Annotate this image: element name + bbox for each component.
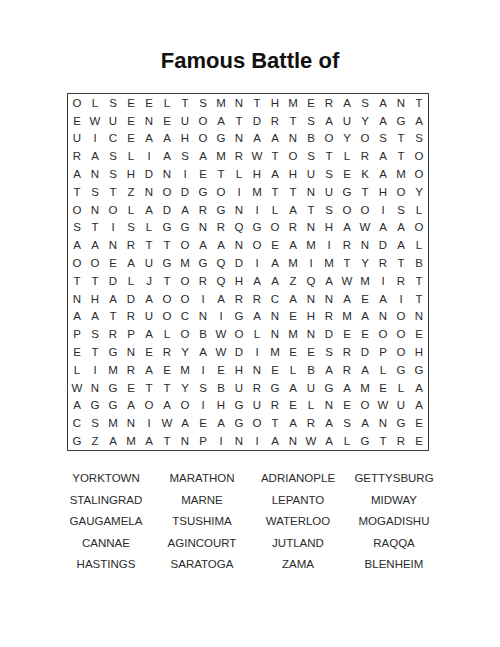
grid-cell[interactable]: L (122, 147, 140, 165)
grid-cell[interactable]: A (320, 361, 338, 379)
grid-cell[interactable]: T (158, 236, 176, 254)
grid-cell[interactable]: S (320, 201, 338, 219)
grid-cell[interactable]: Z (86, 432, 104, 450)
grid-cell[interactable]: N (194, 219, 212, 237)
grid-cell[interactable]: T (140, 379, 158, 397)
grid-cell[interactable]: A (68, 308, 86, 326)
grid-cell[interactable]: E (122, 379, 140, 397)
grid-cell[interactable]: A (194, 236, 212, 254)
grid-cell[interactable]: R (122, 308, 140, 326)
grid-cell[interactable]: Q (212, 254, 230, 272)
grid-cell[interactable]: E (410, 414, 428, 432)
grid-cell[interactable]: L (68, 361, 86, 379)
grid-cell[interactable]: E (122, 94, 140, 112)
grid-cell[interactable]: N (104, 236, 122, 254)
grid-cell[interactable]: A (338, 94, 356, 112)
grid-cell[interactable]: W (248, 147, 266, 165)
grid-cell[interactable]: N (302, 325, 320, 343)
grid-cell[interactable]: N (68, 290, 86, 308)
grid-cell[interactable]: T (158, 432, 176, 450)
grid-cell[interactable]: A (212, 414, 230, 432)
grid-cell[interactable]: I (320, 236, 338, 254)
grid-cell[interactable]: O (158, 308, 176, 326)
grid-cell[interactable]: D (374, 236, 392, 254)
grid-cell[interactable]: A (86, 308, 104, 326)
grid-cell[interactable]: E (410, 432, 428, 450)
grid-cell[interactable]: O (176, 290, 194, 308)
grid-cell[interactable]: B (302, 361, 320, 379)
grid-cell[interactable]: H (230, 361, 248, 379)
grid-cell[interactable]: N (230, 94, 248, 112)
grid-cell[interactable]: A (68, 236, 86, 254)
grid-cell[interactable]: R (374, 254, 392, 272)
grid-cell[interactable]: N (302, 290, 320, 308)
grid-cell[interactable]: U (176, 112, 194, 130)
grid-cell[interactable]: R (194, 272, 212, 290)
grid-cell[interactable]: H (230, 272, 248, 290)
grid-cell[interactable]: M (320, 254, 338, 272)
grid-cell[interactable]: A (104, 290, 122, 308)
grid-cell[interactable]: T (410, 272, 428, 290)
grid-cell[interactable]: O (356, 201, 374, 219)
grid-cell[interactable]: G (230, 414, 248, 432)
grid-cell[interactable]: S (104, 165, 122, 183)
grid-cell[interactable]: N (194, 308, 212, 326)
grid-cell[interactable]: H (86, 290, 104, 308)
grid-cell[interactable]: I (140, 147, 158, 165)
grid-cell[interactable]: I (230, 183, 248, 201)
grid-cell[interactable]: I (374, 201, 392, 219)
grid-cell[interactable]: S (302, 147, 320, 165)
grid-cell[interactable]: L (158, 94, 176, 112)
grid-cell[interactable]: N (230, 236, 248, 254)
grid-cell[interactable]: M (122, 432, 140, 450)
grid-cell[interactable]: R (320, 308, 338, 326)
grid-cell[interactable]: D (140, 165, 158, 183)
grid-cell[interactable]: N (392, 94, 410, 112)
grid-cell[interactable]: N (122, 414, 140, 432)
grid-cell[interactable]: T (410, 94, 428, 112)
grid-cell[interactable]: N (410, 308, 428, 326)
grid-cell[interactable]: W (302, 432, 320, 450)
grid-cell[interactable]: I (212, 308, 230, 326)
grid-cell[interactable]: A (374, 112, 392, 130)
grid-cell[interactable]: M (392, 165, 410, 183)
grid-cell[interactable]: E (284, 308, 302, 326)
grid-cell[interactable]: R (158, 343, 176, 361)
grid-cell[interactable]: E (410, 325, 428, 343)
grid-cell[interactable]: D (320, 325, 338, 343)
grid-cell[interactable]: W (86, 112, 104, 130)
grid-cell[interactable]: N (284, 432, 302, 450)
grid-cell[interactable]: S (356, 94, 374, 112)
grid-cell[interactable]: H (284, 165, 302, 183)
grid-cell[interactable]: O (158, 290, 176, 308)
grid-cell[interactable]: R (122, 361, 140, 379)
grid-cell[interactable]: L (158, 325, 176, 343)
grid-cell[interactable]: I (374, 272, 392, 290)
grid-cell[interactable]: W (158, 414, 176, 432)
grid-cell[interactable]: M (356, 272, 374, 290)
grid-cell[interactable]: G (356, 432, 374, 450)
grid-cell[interactable]: G (338, 183, 356, 201)
grid-cell[interactable]: A (374, 94, 392, 112)
grid-cell[interactable]: T (302, 201, 320, 219)
grid-cell[interactable]: G (158, 219, 176, 237)
grid-cell[interactable]: O (284, 147, 302, 165)
grid-cell[interactable]: I (248, 201, 266, 219)
grid-cell[interactable]: N (356, 236, 374, 254)
grid-cell[interactable]: A (356, 361, 374, 379)
grid-cell[interactable]: S (392, 201, 410, 219)
grid-cell[interactable]: O (320, 130, 338, 148)
grid-cell[interactable]: T (158, 379, 176, 397)
grid-cell[interactable]: R (266, 397, 284, 415)
grid-cell[interactable]: A (410, 397, 428, 415)
grid-cell[interactable]: I (194, 397, 212, 415)
grid-cell[interactable]: A (320, 414, 338, 432)
grid-cell[interactable]: T (68, 183, 86, 201)
grid-cell[interactable]: L (374, 361, 392, 379)
grid-cell[interactable]: S (410, 130, 428, 148)
grid-cell[interactable]: R (104, 325, 122, 343)
grid-cell[interactable]: T (266, 147, 284, 165)
grid-cell[interactable]: C (68, 414, 86, 432)
grid-cell[interactable]: R (338, 236, 356, 254)
grid-cell[interactable]: A (104, 432, 122, 450)
grid-cell[interactable]: T (86, 219, 104, 237)
grid-cell[interactable]: L (122, 272, 140, 290)
grid-cell[interactable]: O (356, 130, 374, 148)
grid-cell[interactable]: R (230, 290, 248, 308)
grid-cell[interactable]: N (140, 183, 158, 201)
grid-cell[interactable]: A (68, 397, 86, 415)
grid-cell[interactable]: E (122, 130, 140, 148)
grid-cell[interactable]: T (392, 254, 410, 272)
grid-cell[interactable]: U (302, 165, 320, 183)
grid-cell[interactable]: N (122, 343, 140, 361)
grid-cell[interactable]: N (230, 130, 248, 148)
grid-cell[interactable]: H (320, 219, 338, 237)
grid-cell[interactable]: M (176, 254, 194, 272)
grid-cell[interactable]: E (140, 94, 158, 112)
grid-cell[interactable]: A (248, 130, 266, 148)
grid-cell[interactable]: N (230, 201, 248, 219)
grid-cell[interactable]: S (104, 94, 122, 112)
grid-cell[interactable]: G (392, 414, 410, 432)
grid-cell[interactable]: G (266, 379, 284, 397)
grid-cell[interactable]: M (248, 183, 266, 201)
grid-cell[interactable]: D (104, 272, 122, 290)
grid-cell[interactable]: U (140, 254, 158, 272)
grid-cell[interactable]: A (374, 290, 392, 308)
grid-cell[interactable]: E (158, 361, 176, 379)
grid-cell[interactable]: T (176, 94, 194, 112)
grid-cell[interactable]: L (338, 147, 356, 165)
grid-cell[interactable]: M (338, 308, 356, 326)
grid-cell[interactable]: I (194, 290, 212, 308)
grid-cell[interactable]: R (122, 236, 140, 254)
grid-cell[interactable]: S (104, 147, 122, 165)
grid-cell[interactable]: Q (212, 272, 230, 290)
grid-cell[interactable]: A (284, 236, 302, 254)
grid-cell[interactable]: E (374, 379, 392, 397)
grid-cell[interactable]: S (86, 414, 104, 432)
grid-cell[interactable]: L (392, 379, 410, 397)
grid-cell[interactable]: G (212, 201, 230, 219)
grid-cell[interactable]: P (194, 432, 212, 450)
grid-cell[interactable]: I (86, 361, 104, 379)
grid-cell[interactable]: G (104, 397, 122, 415)
grid-cell[interactable]: O (194, 112, 212, 130)
grid-cell[interactable]: B (410, 254, 428, 272)
grid-cell[interactable]: Q (302, 272, 320, 290)
grid-cell[interactable]: E (266, 236, 284, 254)
grid-cell[interactable]: K (356, 165, 374, 183)
grid-cell[interactable]: G (194, 254, 212, 272)
grid-cell[interactable]: O (266, 219, 284, 237)
grid-cell[interactable]: H (122, 165, 140, 183)
grid-cell[interactable]: D (356, 343, 374, 361)
grid-cell[interactable]: G (194, 183, 212, 201)
grid-cell[interactable]: G (410, 361, 428, 379)
grid-cell[interactable]: A (392, 219, 410, 237)
grid-cell[interactable]: O (212, 183, 230, 201)
grid-cell[interactable]: O (410, 165, 428, 183)
grid-cell[interactable]: O (176, 272, 194, 290)
grid-cell[interactable]: Z (122, 183, 140, 201)
grid-cell[interactable]: N (248, 361, 266, 379)
grid-cell[interactable]: A (140, 325, 158, 343)
grid-cell[interactable]: E (356, 325, 374, 343)
grid-cell[interactable]: A (140, 290, 158, 308)
grid-cell[interactable]: G (104, 379, 122, 397)
grid-cell[interactable]: S (302, 112, 320, 130)
grid-cell[interactable]: Y (176, 343, 194, 361)
grid-cell[interactable]: L (302, 397, 320, 415)
grid-cell[interactable]: T (140, 236, 158, 254)
grid-cell[interactable]: T (410, 290, 428, 308)
grid-cell[interactable]: I (248, 432, 266, 450)
grid-cell[interactable]: A (140, 130, 158, 148)
grid-cell[interactable]: N (302, 183, 320, 201)
grid-cell[interactable]: N (374, 414, 392, 432)
grid-cell[interactable]: A (374, 219, 392, 237)
grid-cell[interactable]: T (104, 183, 122, 201)
grid-cell[interactable]: I (140, 414, 158, 432)
grid-cell[interactable]: R (212, 219, 230, 237)
grid-cell[interactable]: O (248, 414, 266, 432)
grid-cell[interactable]: Y (410, 183, 428, 201)
grid-cell[interactable]: D (176, 183, 194, 201)
grid-cell[interactable]: O (158, 183, 176, 201)
grid-cell[interactable]: D (230, 254, 248, 272)
grid-cell[interactable]: S (122, 219, 140, 237)
grid-cell[interactable]: G (392, 361, 410, 379)
grid-cell[interactable]: O (374, 325, 392, 343)
grid-cell[interactable]: T (320, 147, 338, 165)
grid-cell[interactable]: L (140, 219, 158, 237)
grid-cell[interactable]: I (86, 130, 104, 148)
grid-cell[interactable]: U (302, 379, 320, 397)
grid-cell[interactable]: A (266, 272, 284, 290)
grid-cell[interactable]: L (410, 236, 428, 254)
grid-cell[interactable]: T (212, 165, 230, 183)
grid-cell[interactable]: O (230, 325, 248, 343)
grid-cell[interactable]: S (374, 130, 392, 148)
grid-cell[interactable]: E (284, 343, 302, 361)
grid-cell[interactable]: I (176, 165, 194, 183)
grid-cell[interactable]: G (68, 432, 86, 450)
grid-cell[interactable]: S (176, 147, 194, 165)
grid-cell[interactable]: I (392, 290, 410, 308)
grid-cell[interactable]: A (284, 379, 302, 397)
grid-cell[interactable]: J (140, 272, 158, 290)
grid-cell[interactable]: S (86, 325, 104, 343)
grid-cell[interactable]: N (266, 325, 284, 343)
grid-cell[interactable]: L (284, 361, 302, 379)
grid-cell[interactable]: E (302, 343, 320, 361)
grid-cell[interactable]: O (176, 397, 194, 415)
grid-cell[interactable]: A (266, 165, 284, 183)
grid-cell[interactable]: O (140, 397, 158, 415)
grid-cell[interactable]: M (212, 94, 230, 112)
grid-cell[interactable]: A (158, 147, 176, 165)
grid-cell[interactable]: A (266, 432, 284, 450)
grid-cell[interactable]: E (194, 414, 212, 432)
grid-cell[interactable]: O (68, 254, 86, 272)
grid-cell[interactable]: U (140, 308, 158, 326)
grid-cell[interactable]: M (284, 254, 302, 272)
grid-cell[interactable]: A (248, 308, 266, 326)
grid-cell[interactable]: O (104, 201, 122, 219)
grid-cell[interactable]: A (158, 130, 176, 148)
grid-cell[interactable]: B (302, 130, 320, 148)
grid-cell[interactable]: E (212, 361, 230, 379)
grid-cell[interactable]: U (230, 379, 248, 397)
grid-cell[interactable]: A (374, 165, 392, 183)
grid-cell[interactable]: S (320, 343, 338, 361)
grid-cell[interactable]: R (356, 147, 374, 165)
grid-cell[interactable]: A (212, 236, 230, 254)
grid-cell[interactable]: A (284, 414, 302, 432)
grid-cell[interactable]: D (158, 201, 176, 219)
grid-cell[interactable]: N (230, 432, 248, 450)
grid-cell[interactable]: L (410, 201, 428, 219)
grid-cell[interactable]: O (392, 183, 410, 201)
grid-cell[interactable]: T (266, 183, 284, 201)
grid-cell[interactable]: R (266, 112, 284, 130)
grid-cell[interactable]: R (248, 379, 266, 397)
grid-cell[interactable]: U (320, 183, 338, 201)
grid-cell[interactable]: R (320, 94, 338, 112)
grid-cell[interactable]: T (392, 147, 410, 165)
grid-cell[interactable]: E (338, 397, 356, 415)
grid-cell[interactable]: E (68, 112, 86, 130)
grid-cell[interactable]: T (230, 112, 248, 130)
grid-cell[interactable]: Q (230, 219, 248, 237)
grid-cell[interactable]: E (266, 361, 284, 379)
grid-cell[interactable]: M (356, 379, 374, 397)
grid-cell[interactable]: A (122, 254, 140, 272)
grid-cell[interactable]: A (338, 290, 356, 308)
grid-cell[interactable]: T (266, 414, 284, 432)
grid-cell[interactable]: A (356, 308, 374, 326)
grid-cell[interactable]: O (176, 325, 194, 343)
grid-cell[interactable]: G (230, 397, 248, 415)
grid-cell[interactable]: G (392, 112, 410, 130)
grid-cell[interactable]: S (86, 183, 104, 201)
grid-cell[interactable]: M (284, 325, 302, 343)
grid-cell[interactable]: G (86, 397, 104, 415)
grid-cell[interactable]: D (122, 290, 140, 308)
grid-cell[interactable]: N (176, 432, 194, 450)
grid-cell[interactable]: N (266, 308, 284, 326)
grid-cell[interactable]: T (284, 183, 302, 201)
grid-cell[interactable]: R (248, 290, 266, 308)
grid-cell[interactable]: L (230, 165, 248, 183)
grid-cell[interactable]: R (68, 147, 86, 165)
grid-cell[interactable]: O (356, 397, 374, 415)
grid-cell[interactable]: C (176, 308, 194, 326)
grid-cell[interactable]: S (68, 219, 86, 237)
grid-cell[interactable]: R (284, 219, 302, 237)
grid-cell[interactable]: A (392, 236, 410, 254)
grid-cell[interactable]: L (248, 325, 266, 343)
grid-cell[interactable]: W (68, 379, 86, 397)
grid-cell[interactable]: P (122, 325, 140, 343)
grid-cell[interactable]: E (194, 165, 212, 183)
grid-cell[interactable]: R (230, 147, 248, 165)
grid-cell[interactable]: I (104, 219, 122, 237)
grid-cell[interactable]: N (320, 397, 338, 415)
grid-cell[interactable]: A (86, 236, 104, 254)
grid-cell[interactable]: U (338, 112, 356, 130)
grid-cell[interactable]: W (356, 219, 374, 237)
grid-cell[interactable]: S (194, 94, 212, 112)
grid-cell[interactable]: O (86, 254, 104, 272)
grid-cell[interactable]: S (194, 379, 212, 397)
grid-cell[interactable]: W (212, 343, 230, 361)
grid-cell[interactable]: A (68, 165, 86, 183)
grid-cell[interactable]: N (158, 165, 176, 183)
grid-cell[interactable]: N (86, 201, 104, 219)
grid-cell[interactable]: T (158, 272, 176, 290)
grid-cell[interactable]: S (338, 414, 356, 432)
grid-cell[interactable]: I (302, 254, 320, 272)
grid-cell[interactable]: O (338, 201, 356, 219)
grid-cell[interactable]: Y (356, 254, 374, 272)
grid-cell[interactable]: A (248, 272, 266, 290)
grid-cell[interactable]: A (140, 361, 158, 379)
grid-cell[interactable]: N (320, 290, 338, 308)
grid-cell[interactable]: G (212, 130, 230, 148)
grid-cell[interactable]: R (338, 343, 356, 361)
grid-cell[interactable]: W (338, 272, 356, 290)
grid-cell[interactable]: A (320, 272, 338, 290)
grid-cell[interactable]: M (284, 94, 302, 112)
grid-cell[interactable]: A (194, 147, 212, 165)
grid-cell[interactable]: E (104, 254, 122, 272)
grid-cell[interactable]: B (194, 325, 212, 343)
grid-cell[interactable]: I (194, 361, 212, 379)
grid-cell[interactable]: L (266, 201, 284, 219)
grid-cell[interactable]: O (410, 219, 428, 237)
grid-cell[interactable]: H (374, 183, 392, 201)
grid-cell[interactable]: R (194, 201, 212, 219)
grid-cell[interactable]: A (212, 290, 230, 308)
grid-cell[interactable]: A (320, 112, 338, 130)
